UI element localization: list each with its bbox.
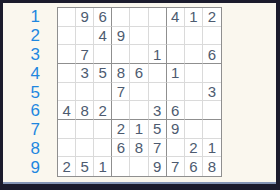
cell-r5c3[interactable] (94, 83, 112, 102)
cell-r4c3[interactable]: 5 (94, 64, 112, 83)
cell-r9c4[interactable] (112, 157, 130, 176)
cell-r7c8[interactable] (185, 120, 203, 139)
cell-r1c1[interactable] (58, 8, 76, 27)
cell-r7c4[interactable]: 2 (112, 120, 130, 139)
row-label-2: 2 (3, 26, 49, 45)
cell-r5c6[interactable] (149, 83, 167, 102)
cell-r2c3[interactable]: 4 (94, 27, 112, 46)
cell-r1c3[interactable]: 6 (94, 8, 112, 27)
cell-r7c9[interactable] (203, 120, 221, 139)
bottom-accent-line (3, 182, 276, 184)
cell-r2c9[interactable] (203, 27, 221, 46)
cell-r5c2[interactable] (76, 83, 94, 102)
row-label-6: 6 (3, 101, 49, 120)
cell-r8c4[interactable]: 6 (112, 139, 130, 158)
cell-r9c6[interactable]: 9 (149, 157, 167, 176)
cell-r4c1[interactable] (58, 64, 76, 83)
cell-r5c4[interactable]: 7 (112, 83, 130, 102)
cell-r2c8[interactable] (185, 27, 203, 46)
cell-r7c1[interactable] (58, 120, 76, 139)
cell-r4c6[interactable] (149, 64, 167, 83)
row-label-1: 1 (3, 7, 49, 26)
cell-r3c2[interactable]: 7 (76, 45, 94, 64)
cell-r7c7[interactable]: 9 (167, 120, 185, 139)
cell-r1c8[interactable]: 1 (185, 8, 203, 27)
cell-r4c7[interactable]: 1 (167, 64, 185, 83)
cell-r9c8[interactable]: 6 (185, 157, 203, 176)
cell-r8c6[interactable]: 7 (149, 139, 167, 158)
cell-r2c7[interactable] (167, 27, 185, 46)
cell-r6c7[interactable]: 6 (167, 101, 185, 120)
cell-r9c9[interactable]: 8 (203, 157, 221, 176)
cell-r8c2[interactable] (76, 139, 94, 158)
cell-r4c2[interactable]: 3 (76, 64, 94, 83)
cell-r2c5[interactable] (130, 27, 148, 46)
cell-r4c9[interactable] (203, 64, 221, 83)
row-label-7: 7 (3, 120, 49, 139)
cell-r3c8[interactable] (185, 45, 203, 64)
cell-r6c6[interactable]: 3 (149, 101, 167, 120)
cell-r3c4[interactable] (112, 45, 130, 64)
cell-r4c5[interactable]: 6 (130, 64, 148, 83)
cell-r6c3[interactable]: 2 (94, 101, 112, 120)
sudoku-grid: 96412497163586173482362159687212519768 (57, 7, 222, 177)
row-label-3: 3 (3, 45, 49, 64)
cell-r8c3[interactable] (94, 139, 112, 158)
cell-r4c4[interactable]: 8 (112, 64, 130, 83)
cell-r1c4[interactable] (112, 8, 130, 27)
cell-r3c3[interactable] (94, 45, 112, 64)
cell-r7c2[interactable] (76, 120, 94, 139)
cell-r7c5[interactable]: 1 (130, 120, 148, 139)
cell-r4c8[interactable] (185, 64, 203, 83)
cell-r1c9[interactable]: 2 (203, 8, 221, 27)
cell-r5c1[interactable] (58, 83, 76, 102)
row-label-5: 5 (3, 83, 49, 102)
cell-r9c7[interactable]: 7 (167, 157, 185, 176)
cell-r8c1[interactable] (58, 139, 76, 158)
cell-r8c8[interactable]: 2 (185, 139, 203, 158)
cell-r1c2[interactable]: 9 (76, 8, 94, 27)
cell-r3c1[interactable] (58, 45, 76, 64)
cell-r6c5[interactable] (130, 101, 148, 120)
cell-r6c8[interactable] (185, 101, 203, 120)
puzzle-panel: 123456789 964124971635861734823621596872… (3, 3, 276, 182)
cell-r2c6[interactable] (149, 27, 167, 46)
cell-r3c6[interactable]: 1 (149, 45, 167, 64)
row-label-4: 4 (3, 64, 49, 83)
cell-r3c9[interactable]: 6 (203, 45, 221, 64)
cell-r7c3[interactable] (94, 120, 112, 139)
cell-r2c2[interactable] (76, 27, 94, 46)
row-label-8: 8 (3, 139, 49, 158)
cell-r2c4[interactable]: 9 (112, 27, 130, 46)
row-labels: 123456789 (3, 7, 49, 177)
cell-r1c6[interactable] (149, 8, 167, 27)
cell-r3c5[interactable] (130, 45, 148, 64)
cell-r2c1[interactable] (58, 27, 76, 46)
cell-r6c9[interactable] (203, 101, 221, 120)
cell-r6c4[interactable] (112, 101, 130, 120)
cell-r8c9[interactable]: 1 (203, 139, 221, 158)
cell-r5c9[interactable]: 3 (203, 83, 221, 102)
cell-r3c7[interactable] (167, 45, 185, 64)
cell-r8c7[interactable] (167, 139, 185, 158)
cell-r5c5[interactable] (130, 83, 148, 102)
cell-r9c2[interactable]: 5 (76, 157, 94, 176)
cell-r5c8[interactable] (185, 83, 203, 102)
cell-r1c7[interactable]: 4 (167, 8, 185, 27)
cell-r8c5[interactable]: 8 (130, 139, 148, 158)
cell-r6c2[interactable]: 8 (76, 101, 94, 120)
cell-r1c5[interactable] (130, 8, 148, 27)
cell-r5c7[interactable] (167, 83, 185, 102)
sudoku-screen: { "game": "sudoku", "position": ".96...4… (0, 0, 280, 190)
row-label-9: 9 (3, 158, 49, 177)
cell-r9c5[interactable] (130, 157, 148, 176)
cell-r9c1[interactable]: 2 (58, 157, 76, 176)
cell-r9c3[interactable]: 1 (94, 157, 112, 176)
cell-r6c1[interactable]: 4 (58, 101, 76, 120)
cell-r7c6[interactable]: 5 (149, 120, 167, 139)
